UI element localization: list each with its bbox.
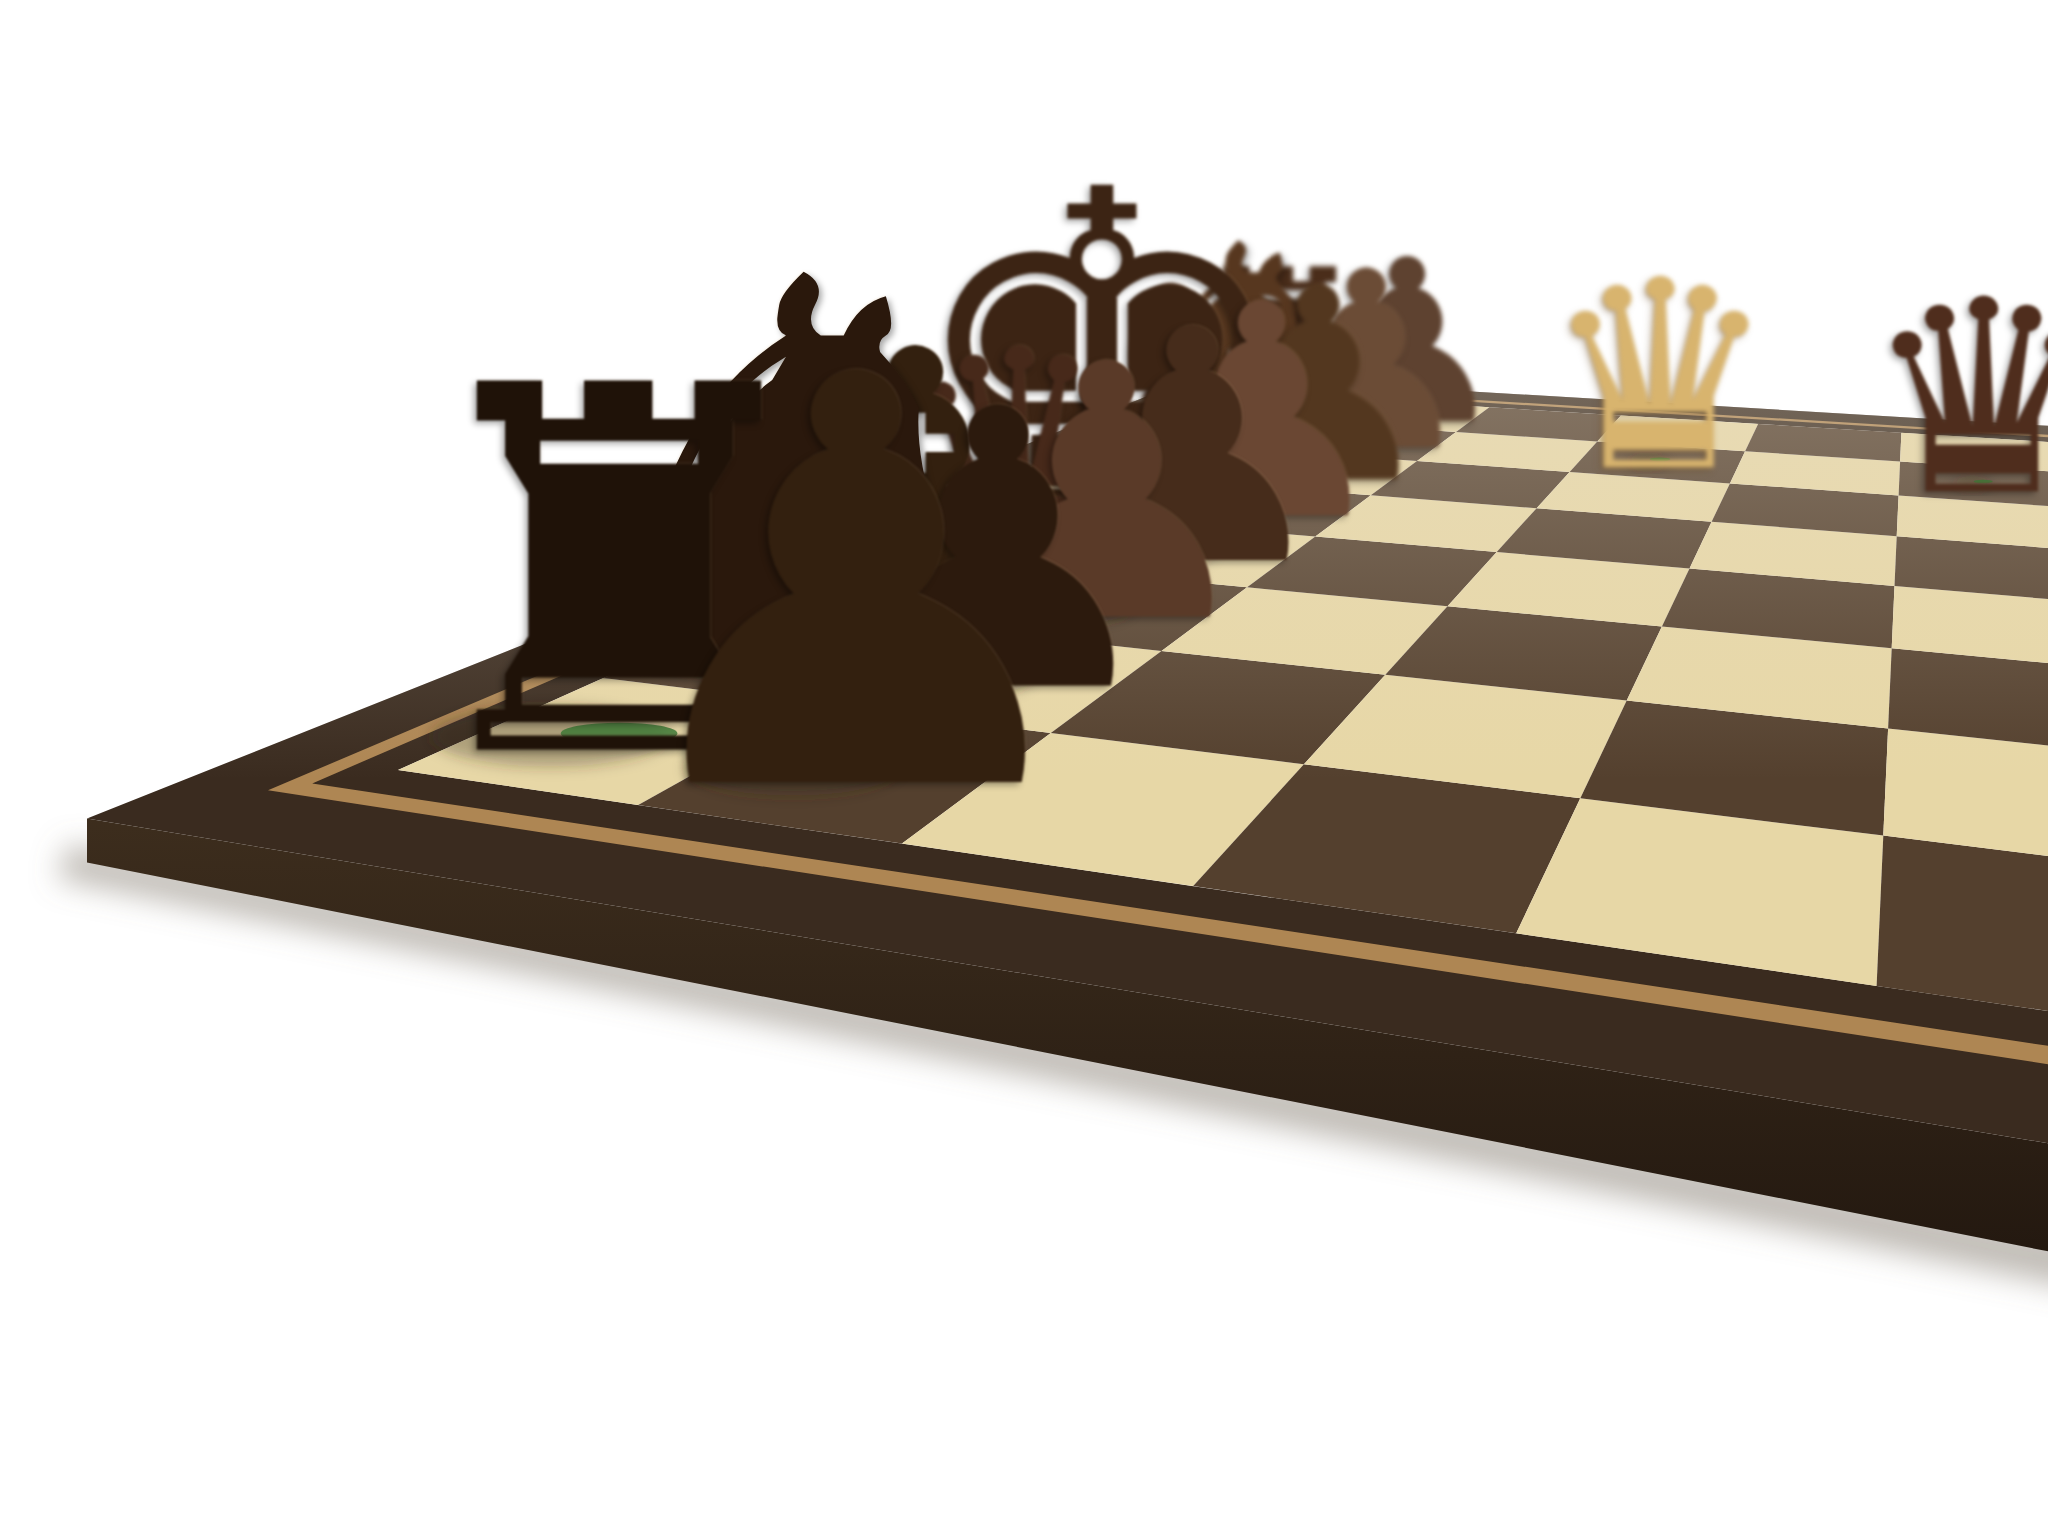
felt-base [803, 755, 909, 775]
felt-base [1302, 467, 1335, 473]
felt-base [1076, 599, 1138, 610]
felt-base [561, 723, 678, 745]
chess-set-product-photo: ♜♟♞♟♝♛♟♛♚♟♛♟♝♟♞♟♜♟ rnbqkbnr/pppppppp/8/6… [0, 0, 2048, 1536]
felt-base [1168, 546, 1217, 555]
felt-base [881, 580, 950, 593]
felt-base [1213, 427, 1246, 433]
felt-base [1395, 411, 1419, 415]
chess-board [0, 0, 2048, 1536]
felt-base [958, 667, 1037, 682]
felt-base [1266, 402, 1294, 407]
felt-base [1079, 489, 1125, 497]
felt-base [1241, 503, 1281, 510]
felt-base [1974, 480, 1993, 484]
felt-base [742, 642, 830, 658]
felt-base [1352, 437, 1380, 442]
felt-base [1650, 457, 1671, 461]
felt-base [1152, 455, 1190, 462]
felt-base [990, 530, 1046, 540]
